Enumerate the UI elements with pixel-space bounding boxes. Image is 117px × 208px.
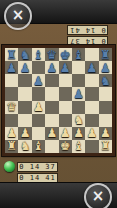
square-e8[interactable]: ♚: [59, 48, 72, 61]
chess-app-screen: × 0 14 37 0 14 41 ♜♞♝♛♚♝♜♟♟♟♟♟♟♟♞♟♛♟♞♟♟♟…: [0, 0, 117, 208]
piece-black-pawn: ♟: [73, 87, 84, 99]
square-g5[interactable]: [85, 87, 98, 100]
square-c1[interactable]: ♝: [32, 140, 45, 153]
square-d8[interactable]: ♛: [45, 48, 58, 61]
square-a8[interactable]: ♜: [5, 48, 18, 61]
square-d3[interactable]: [45, 114, 58, 127]
close-icon: ×: [92, 189, 105, 204]
chess-board: ♜♞♝♛♚♝♜♟♟♟♟♟♟♟♞♟♛♟♞♟♟♟♟♟♟♟♜♞♝♚♝♜: [2, 45, 115, 156]
square-e7[interactable]: ♟: [59, 61, 72, 74]
piece-white-pawn: ♟: [73, 127, 84, 139]
square-b1[interactable]: ♞: [18, 140, 31, 153]
square-d7[interactable]: ♟: [45, 61, 58, 74]
piece-white-pawn: ♟: [60, 127, 71, 139]
square-c2[interactable]: [32, 127, 45, 140]
square-h7[interactable]: ♟: [99, 61, 112, 74]
close-button-bottom[interactable]: ×: [84, 183, 112, 208]
square-f8[interactable]: ♝: [72, 48, 85, 61]
square-h4[interactable]: [99, 101, 112, 114]
square-g2[interactable]: ♟: [85, 127, 98, 140]
piece-white-pawn: ♟: [20, 127, 31, 139]
square-a1[interactable]: ♜: [5, 140, 18, 153]
square-d2[interactable]: ♟: [45, 127, 58, 140]
piece-black-king: ♚: [60, 48, 71, 60]
piece-white-king: ♚: [60, 140, 71, 152]
piece-white-queen: ♛: [6, 101, 17, 113]
square-c5[interactable]: [32, 87, 45, 100]
piece-black-pawn: ♟: [46, 61, 57, 73]
square-g6[interactable]: [85, 74, 98, 87]
square-a2[interactable]: ♟: [5, 127, 18, 140]
square-g4[interactable]: [85, 101, 98, 114]
piece-black-knight: ♞: [100, 74, 111, 86]
square-f1[interactable]: ♝: [72, 140, 85, 153]
square-e3[interactable]: [59, 114, 72, 127]
piece-black-pawn: ♟: [20, 61, 31, 73]
square-g8[interactable]: [85, 48, 98, 61]
square-h2[interactable]: ♟: [99, 127, 112, 140]
piece-black-rook: ♜: [6, 48, 17, 60]
square-e4[interactable]: [59, 101, 72, 114]
square-d5[interactable]: [45, 87, 58, 100]
square-b2[interactable]: ♟: [18, 127, 31, 140]
square-h3[interactable]: [99, 114, 112, 127]
square-d6[interactable]: [45, 74, 58, 87]
piece-white-pawn: ♟: [6, 127, 17, 139]
square-f7[interactable]: [72, 61, 85, 74]
square-b5[interactable]: [18, 87, 31, 100]
piece-black-pawn: ♟: [100, 61, 111, 73]
piece-white-bishop: ♝: [33, 140, 44, 152]
square-b3[interactable]: [18, 114, 31, 127]
square-h1[interactable]: ♜: [99, 140, 112, 153]
square-b6[interactable]: [18, 74, 31, 87]
square-c7[interactable]: [32, 61, 45, 74]
close-icon: ×: [12, 8, 25, 23]
piece-black-knight: ♞: [20, 48, 31, 60]
square-d1[interactable]: [45, 140, 58, 153]
square-f5[interactable]: ♟: [72, 87, 85, 100]
square-b7[interactable]: ♟: [18, 61, 31, 74]
square-e2[interactable]: ♟: [59, 127, 72, 140]
opponent-clock: 0 14 37 0 14 41: [67, 25, 108, 46]
piece-black-pawn: ♟: [33, 74, 44, 86]
square-b4[interactable]: [18, 101, 31, 114]
square-f6[interactable]: [72, 74, 85, 87]
square-a6[interactable]: [5, 74, 18, 87]
square-f3[interactable]: ♞: [72, 114, 85, 127]
square-a4[interactable]: ♛: [5, 101, 18, 114]
piece-white-bishop: ♝: [73, 140, 84, 152]
square-f2[interactable]: ♟: [72, 127, 85, 140]
square-d4[interactable]: [45, 101, 58, 114]
player-clock: 0 14 37 0 14 41: [17, 162, 58, 183]
piece-black-rook: ♜: [100, 48, 111, 60]
piece-black-pawn: ♟: [60, 61, 71, 73]
piece-black-pawn: ♟: [87, 61, 98, 73]
square-c6[interactable]: ♟: [32, 74, 45, 87]
square-h5[interactable]: [99, 87, 112, 100]
square-a7[interactable]: ♟: [5, 61, 18, 74]
close-button-top[interactable]: ×: [4, 2, 32, 30]
square-c3[interactable]: [32, 114, 45, 127]
square-f4[interactable]: [72, 101, 85, 114]
piece-black-queen: ♛: [46, 48, 57, 60]
piece-black-bishop: ♝: [73, 48, 84, 60]
piece-black-bishop: ♝: [33, 48, 44, 60]
square-e5[interactable]: [59, 87, 72, 100]
piece-white-pawn: ♟: [46, 127, 57, 139]
square-g3[interactable]: [85, 114, 98, 127]
square-c8[interactable]: ♝: [32, 48, 45, 61]
opponent-clock-row-2: 0 14 41: [67, 25, 108, 35]
square-h8[interactable]: ♜: [99, 48, 112, 61]
square-g7[interactable]: ♟: [85, 61, 98, 74]
square-b8[interactable]: ♞: [18, 48, 31, 61]
square-a3[interactable]: [5, 114, 18, 127]
piece-white-rook: ♜: [6, 140, 17, 152]
turn-indicator: [4, 161, 15, 172]
square-g1[interactable]: [85, 140, 98, 153]
square-h6[interactable]: ♞: [99, 74, 112, 87]
piece-white-pawn: ♟: [100, 127, 111, 139]
square-c4[interactable]: ♟: [32, 101, 45, 114]
player-clock-row-1: 0 14 37: [17, 162, 58, 172]
piece-black-pawn: ♟: [6, 61, 17, 73]
piece-white-pawn: ♟: [33, 101, 44, 113]
piece-white-knight: ♞: [73, 114, 84, 126]
square-a5[interactable]: [5, 87, 18, 100]
piece-white-rook: ♜: [100, 140, 111, 152]
piece-white-pawn: ♟: [87, 127, 98, 139]
square-e6[interactable]: [59, 74, 72, 87]
piece-white-knight: ♞: [20, 140, 31, 152]
board-grid: ♜♞♝♛♚♝♜♟♟♟♟♟♟♟♞♟♛♟♞♟♟♟♟♟♟♟♜♞♝♚♝♜: [5, 48, 112, 153]
square-e1[interactable]: ♚: [59, 140, 72, 153]
